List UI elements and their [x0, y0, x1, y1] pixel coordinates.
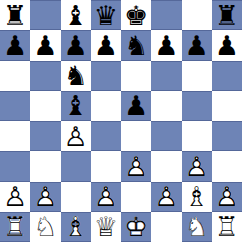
square-f6[interactable]: [151, 61, 181, 91]
white-pawn-fill: ♟: [212, 182, 242, 212]
square-h6[interactable]: [212, 61, 242, 91]
square-c3[interactable]: [61, 151, 91, 181]
square-b6[interactable]: [30, 61, 60, 91]
piece-white-pawn[interactable]: ♙: [212, 182, 242, 212]
square-c6[interactable]: ♞: [61, 61, 91, 91]
piece-black-pawn[interactable]: ♟: [212, 30, 242, 60]
square-b1[interactable]: ♞♘: [30, 212, 60, 242]
square-e5[interactable]: ♟: [121, 91, 151, 121]
white-pawn-fill: ♟: [30, 182, 60, 212]
piece-black-pawn[interactable]: ♟: [0, 30, 30, 60]
square-a6[interactable]: [0, 61, 30, 91]
piece-black-knight[interactable]: ♞: [121, 30, 151, 60]
square-g5[interactable]: [182, 91, 212, 121]
square-e4[interactable]: [121, 121, 151, 151]
square-c7[interactable]: ♟: [61, 30, 91, 60]
piece-black-queen[interactable]: ♛: [91, 0, 121, 30]
chess-board: ♜♝♛♚♜♟♟♟♟♞♟♟♟♞♝♟♟♙♟♙♟♙♟♙♟♙♟♙♟♙♝♗♟♙♜♖♞♘♝♗…: [0, 0, 242, 242]
square-a4[interactable]: [0, 121, 30, 151]
square-d8[interactable]: ♛: [91, 0, 121, 30]
piece-white-knight[interactable]: ♘: [30, 212, 60, 242]
white-knight-fill: ♞: [182, 212, 212, 242]
piece-white-pawn[interactable]: ♙: [182, 151, 212, 181]
piece-black-pawn[interactable]: ♟: [121, 91, 151, 121]
square-b3[interactable]: [30, 151, 60, 181]
piece-black-pawn[interactable]: ♟: [91, 30, 121, 60]
square-g8[interactable]: [182, 0, 212, 30]
square-e1[interactable]: ♚♔: [121, 212, 151, 242]
piece-black-rook[interactable]: ♜: [212, 0, 242, 30]
piece-black-rook[interactable]: ♜: [0, 0, 30, 30]
square-h5[interactable]: [212, 91, 242, 121]
square-f2[interactable]: ♟♙: [151, 182, 181, 212]
square-a3[interactable]: [0, 151, 30, 181]
white-knight-fill: ♞: [30, 212, 60, 242]
square-e2[interactable]: [121, 182, 151, 212]
white-bishop-fill: ♝: [182, 182, 212, 212]
piece-white-bishop[interactable]: ♗: [61, 212, 91, 242]
white-king-fill: ♚: [121, 212, 151, 242]
square-c4[interactable]: ♟♙: [61, 121, 91, 151]
square-g4[interactable]: [182, 121, 212, 151]
piece-white-bishop[interactable]: ♗: [182, 182, 212, 212]
square-a1[interactable]: ♜♖: [0, 212, 30, 242]
piece-white-pawn[interactable]: ♙: [0, 182, 30, 212]
square-b2[interactable]: ♟♙: [30, 182, 60, 212]
square-d6[interactable]: [91, 61, 121, 91]
piece-white-pawn[interactable]: ♙: [30, 182, 60, 212]
white-pawn-fill: ♟: [91, 182, 121, 212]
piece-white-rook[interactable]: ♖: [0, 212, 30, 242]
square-d3[interactable]: [91, 151, 121, 181]
square-c5[interactable]: ♝: [61, 91, 91, 121]
piece-white-rook[interactable]: ♖: [212, 212, 242, 242]
piece-black-pawn[interactable]: ♟: [182, 30, 212, 60]
square-a7[interactable]: ♟: [0, 30, 30, 60]
white-pawn-fill: ♟: [151, 182, 181, 212]
square-g1[interactable]: ♞♘: [182, 212, 212, 242]
square-h3[interactable]: [212, 151, 242, 181]
square-e3[interactable]: ♟♙: [121, 151, 151, 181]
square-c1[interactable]: ♝♗: [61, 212, 91, 242]
piece-white-knight[interactable]: ♘: [182, 212, 212, 242]
piece-white-pawn[interactable]: ♙: [61, 121, 91, 151]
square-a2[interactable]: ♟♙: [0, 182, 30, 212]
piece-black-pawn[interactable]: ♟: [30, 30, 60, 60]
square-d7[interactable]: ♟: [91, 30, 121, 60]
square-f3[interactable]: [151, 151, 181, 181]
square-g3[interactable]: ♟♙: [182, 151, 212, 181]
piece-black-bishop[interactable]: ♝: [61, 0, 91, 30]
square-h2[interactable]: ♟♙: [212, 182, 242, 212]
square-b4[interactable]: [30, 121, 60, 151]
piece-white-pawn[interactable]: ♙: [151, 182, 181, 212]
square-e8[interactable]: ♚: [121, 0, 151, 30]
square-d2[interactable]: ♟♙: [91, 182, 121, 212]
white-pawn-fill: ♟: [182, 151, 212, 181]
piece-white-pawn[interactable]: ♙: [121, 151, 151, 181]
square-a5[interactable]: [0, 91, 30, 121]
square-d5[interactable]: [91, 91, 121, 121]
square-e7[interactable]: ♞: [121, 30, 151, 60]
piece-white-queen[interactable]: ♕: [91, 212, 121, 242]
square-g2[interactable]: ♝♗: [182, 182, 212, 212]
square-c2[interactable]: [61, 182, 91, 212]
piece-black-bishop[interactable]: ♝: [61, 91, 91, 121]
square-f1[interactable]: [151, 212, 181, 242]
square-h8[interactable]: ♜: [212, 0, 242, 30]
square-b5[interactable]: [30, 91, 60, 121]
piece-white-king[interactable]: ♔: [121, 212, 151, 242]
square-h4[interactable]: [212, 121, 242, 151]
square-c8[interactable]: ♝: [61, 0, 91, 30]
square-h7[interactable]: ♟: [212, 30, 242, 60]
white-rook-fill: ♜: [0, 212, 30, 242]
square-d1[interactable]: ♛♕: [91, 212, 121, 242]
white-pawn-fill: ♟: [121, 151, 151, 181]
piece-black-knight[interactable]: ♞: [61, 61, 91, 91]
piece-black-king[interactable]: ♚: [121, 0, 151, 30]
square-d4[interactable]: [91, 121, 121, 151]
square-f5[interactable]: [151, 91, 181, 121]
piece-black-pawn[interactable]: ♟: [151, 30, 181, 60]
square-g6[interactable]: [182, 61, 212, 91]
square-f7[interactable]: ♟: [151, 30, 181, 60]
square-f8[interactable]: [151, 0, 181, 30]
square-f4[interactable]: [151, 121, 181, 151]
square-e6[interactable]: [121, 61, 151, 91]
piece-black-pawn[interactable]: ♟: [61, 30, 91, 60]
white-queen-fill: ♛: [91, 212, 121, 242]
white-pawn-fill: ♟: [61, 121, 91, 151]
square-g7[interactable]: ♟: [182, 30, 212, 60]
square-b7[interactable]: ♟: [30, 30, 60, 60]
square-h1[interactable]: ♜♖: [212, 212, 242, 242]
square-b8[interactable]: [30, 0, 60, 30]
white-bishop-fill: ♝: [61, 212, 91, 242]
square-a8[interactable]: ♜: [0, 0, 30, 30]
piece-white-pawn[interactable]: ♙: [91, 182, 121, 212]
white-pawn-fill: ♟: [0, 182, 30, 212]
white-rook-fill: ♜: [212, 212, 242, 242]
